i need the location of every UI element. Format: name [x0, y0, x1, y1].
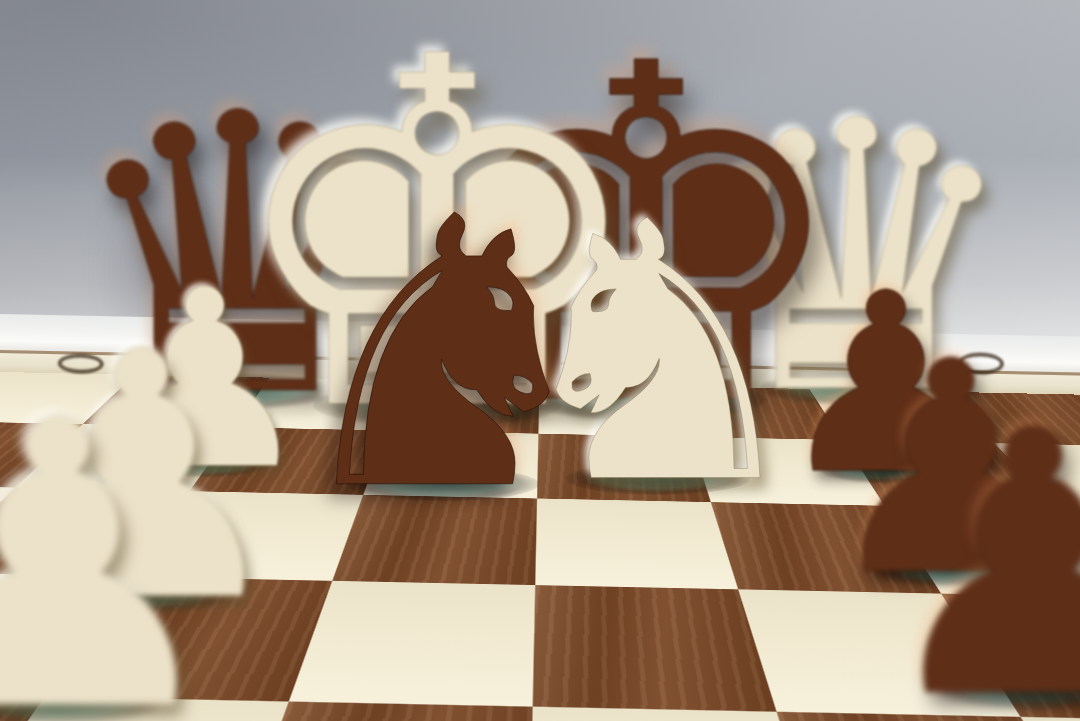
black-pawn-glyph: ♟	[870, 424, 1080, 708]
black-pawn-near: ♟	[895, 426, 1080, 702]
black-knight-glyph: ♞	[276, 209, 610, 499]
pieces-layer: ♛♚♚♛♞♞♟♟♟♟♟♟	[0, 0, 1080, 721]
white-pawn-near: ♟	[0, 416, 208, 716]
chess-photo-scene: ♛♚♚♛♞♞♟♟♟♟♟♟	[0, 0, 1080, 721]
white-pawn-glyph: ♟	[0, 413, 236, 721]
black-knight: ♞	[302, 212, 584, 494]
